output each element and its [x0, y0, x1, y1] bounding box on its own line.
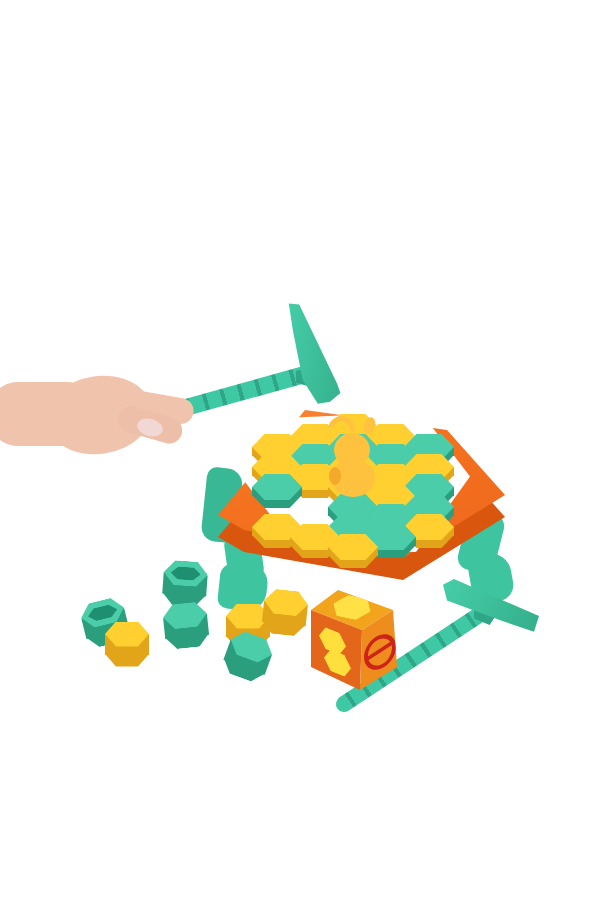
loose-ice-block-teal[interactable] — [161, 559, 208, 607]
held-hammer-head[interactable] — [283, 298, 341, 406]
loose-ice-block-yellow[interactable] — [105, 622, 149, 667]
ice-block-yellow[interactable] — [328, 534, 378, 568]
game-photo-scene — [0, 0, 600, 900]
no-hit-sign-bar — [366, 642, 392, 661]
duck-wing — [329, 467, 341, 485]
ice-block-teal[interactable] — [252, 474, 302, 508]
duck-piece[interactable] — [325, 417, 381, 501]
one-hexagon-icon — [327, 593, 376, 622]
no-hit-sign-icon — [364, 630, 396, 674]
game-dice[interactable] — [306, 586, 400, 696]
loose-ice-block-teal[interactable] — [162, 600, 210, 649]
block-hollow-opening — [170, 565, 201, 580]
block-hollow-opening — [86, 602, 118, 622]
duck-ear — [362, 416, 378, 436]
loose-ice-block-yellow[interactable] — [261, 587, 309, 636]
